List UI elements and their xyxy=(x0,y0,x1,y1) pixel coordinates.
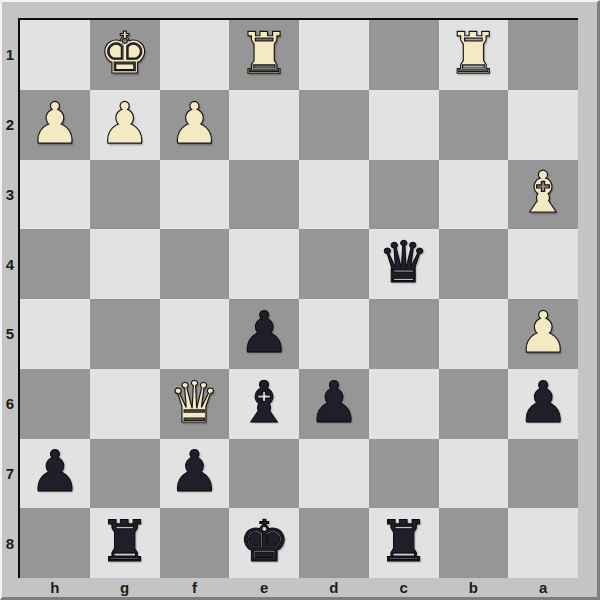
file-label-d: d xyxy=(299,578,369,597)
square-d5[interactable] xyxy=(299,299,369,369)
square-d8[interactable] xyxy=(299,508,369,578)
square-g6[interactable] xyxy=(90,369,160,439)
rank-label-1: 1 xyxy=(2,20,18,90)
square-f8[interactable] xyxy=(160,508,230,578)
piece-white-bishop: ♝ xyxy=(518,164,569,224)
square-a6[interactable]: ♟ xyxy=(508,369,578,439)
piece-black-king: ♚ xyxy=(239,513,290,573)
square-e2[interactable] xyxy=(229,90,299,160)
piece-white-queen: ♛ xyxy=(169,374,220,434)
square-e3[interactable] xyxy=(229,160,299,230)
square-a5[interactable]: ♟ xyxy=(508,299,578,369)
square-c8[interactable]: ♜ xyxy=(369,508,439,578)
square-e5[interactable]: ♟ xyxy=(229,299,299,369)
piece-white-king: ♚ xyxy=(99,25,150,85)
square-b1[interactable]: ♜ xyxy=(439,20,509,90)
rank-label-3: 3 xyxy=(2,160,18,230)
square-e1[interactable]: ♜ xyxy=(229,20,299,90)
piece-black-queen: ♛ xyxy=(378,234,429,294)
square-f2[interactable]: ♟ xyxy=(160,90,230,160)
square-g2[interactable]: ♟ xyxy=(90,90,160,160)
square-g1[interactable]: ♚ xyxy=(90,20,160,90)
square-h7[interactable]: ♟ xyxy=(20,439,90,509)
rank-label-4: 4 xyxy=(2,229,18,299)
file-labels: hgfedcba xyxy=(20,578,578,597)
square-g7[interactable] xyxy=(90,439,160,509)
piece-white-rook: ♜ xyxy=(448,25,499,85)
square-a1[interactable] xyxy=(508,20,578,90)
file-label-a: a xyxy=(508,578,578,597)
piece-black-pawn: ♟ xyxy=(308,374,359,434)
square-f4[interactable] xyxy=(160,229,230,299)
square-c2[interactable] xyxy=(369,90,439,160)
square-f6[interactable]: ♛ xyxy=(160,369,230,439)
rank-label-8: 8 xyxy=(2,508,18,578)
square-c1[interactable] xyxy=(369,20,439,90)
square-b8[interactable] xyxy=(439,508,509,578)
square-b5[interactable] xyxy=(439,299,509,369)
square-d4[interactable] xyxy=(299,229,369,299)
rank-label-5: 5 xyxy=(2,299,18,369)
square-b6[interactable] xyxy=(439,369,509,439)
square-e8[interactable]: ♚ xyxy=(229,508,299,578)
piece-black-pawn: ♟ xyxy=(239,304,290,364)
square-c4[interactable]: ♛ xyxy=(369,229,439,299)
rank-label-2: 2 xyxy=(2,90,18,160)
square-a2[interactable] xyxy=(508,90,578,160)
piece-white-pawn: ♟ xyxy=(169,95,220,155)
square-f5[interactable] xyxy=(160,299,230,369)
square-h5[interactable] xyxy=(20,299,90,369)
piece-black-rook: ♜ xyxy=(99,513,150,573)
square-h4[interactable] xyxy=(20,229,90,299)
piece-white-pawn: ♟ xyxy=(99,95,150,155)
square-g3[interactable] xyxy=(90,160,160,230)
square-h8[interactable] xyxy=(20,508,90,578)
square-a7[interactable] xyxy=(508,439,578,509)
piece-white-pawn: ♟ xyxy=(518,304,569,364)
file-label-h: h xyxy=(20,578,90,597)
piece-white-pawn: ♟ xyxy=(29,95,80,155)
square-e4[interactable] xyxy=(229,229,299,299)
piece-black-pawn: ♟ xyxy=(169,443,220,503)
square-c3[interactable] xyxy=(369,160,439,230)
square-h6[interactable] xyxy=(20,369,90,439)
square-h2[interactable]: ♟ xyxy=(20,90,90,160)
square-f1[interactable] xyxy=(160,20,230,90)
square-h1[interactable] xyxy=(20,20,90,90)
square-c5[interactable] xyxy=(369,299,439,369)
square-d1[interactable] xyxy=(299,20,369,90)
square-f7[interactable]: ♟ xyxy=(160,439,230,509)
file-label-f: f xyxy=(160,578,230,597)
square-e6[interactable]: ♝ xyxy=(229,369,299,439)
rank-labels: 12345678 xyxy=(2,20,18,578)
file-label-e: e xyxy=(229,578,299,597)
piece-black-bishop: ♝ xyxy=(239,374,290,434)
rank-label-6: 6 xyxy=(2,369,18,439)
piece-black-rook: ♜ xyxy=(378,513,429,573)
square-g4[interactable] xyxy=(90,229,160,299)
square-a3[interactable]: ♝ xyxy=(508,160,578,230)
square-f3[interactable] xyxy=(160,160,230,230)
square-d7[interactable] xyxy=(299,439,369,509)
square-a8[interactable] xyxy=(508,508,578,578)
square-b2[interactable] xyxy=(439,90,509,160)
piece-black-pawn: ♟ xyxy=(29,443,80,503)
file-label-g: g xyxy=(90,578,160,597)
square-c6[interactable] xyxy=(369,369,439,439)
square-g8[interactable]: ♜ xyxy=(90,508,160,578)
square-d2[interactable] xyxy=(299,90,369,160)
square-e7[interactable] xyxy=(229,439,299,509)
square-b7[interactable] xyxy=(439,439,509,509)
file-label-b: b xyxy=(439,578,509,597)
square-h3[interactable] xyxy=(20,160,90,230)
piece-black-pawn: ♟ xyxy=(518,374,569,434)
square-d6[interactable]: ♟ xyxy=(299,369,369,439)
square-a4[interactable] xyxy=(508,229,578,299)
chess-board: ♚♜♜♟♟♟♝♛♟♟♛♝♟♟♟♟♜♚♜ xyxy=(18,18,578,578)
piece-white-rook: ♜ xyxy=(239,25,290,85)
square-b3[interactable] xyxy=(439,160,509,230)
square-g5[interactable] xyxy=(90,299,160,369)
square-b4[interactable] xyxy=(439,229,509,299)
square-c7[interactable] xyxy=(369,439,439,509)
square-d3[interactable] xyxy=(299,160,369,230)
rank-label-7: 7 xyxy=(2,439,18,509)
file-label-c: c xyxy=(369,578,439,597)
